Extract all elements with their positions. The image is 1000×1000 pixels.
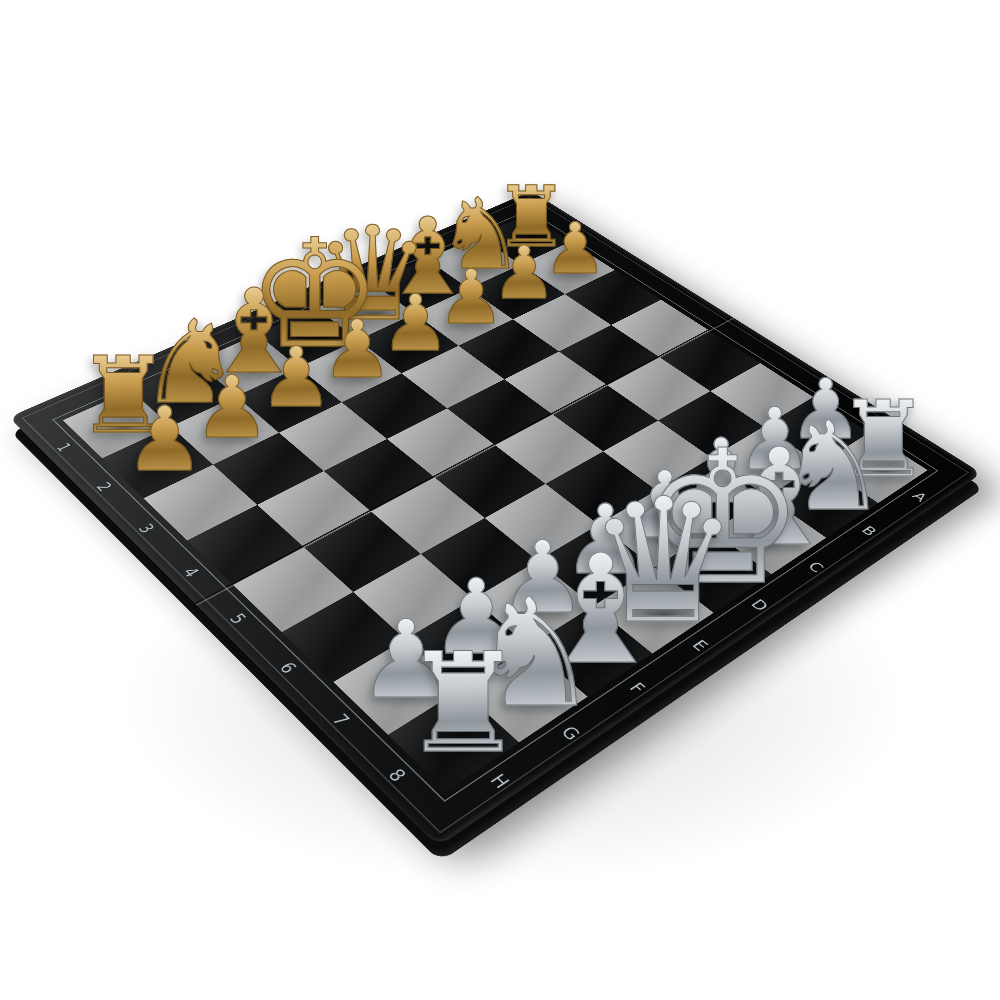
gold-pawn-h7[interactable]: ♟ bbox=[120, 395, 209, 484]
silver-rook-h1[interactable]: ♜ bbox=[394, 635, 532, 773]
product-photo: HGFEDCBA 12345678 ♜♞♟♝♟♛♟♚♟♝♟♞♟♜♟♟♟♟♜♟♞♟… bbox=[0, 0, 1000, 1000]
